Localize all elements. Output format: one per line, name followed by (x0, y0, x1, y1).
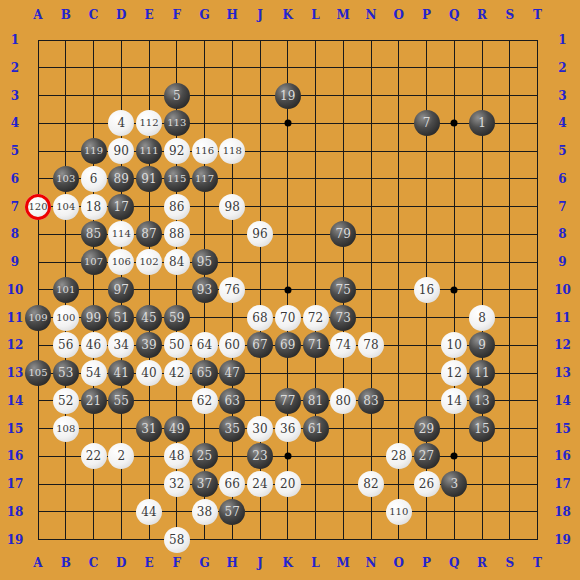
move-number: 31 (141, 423, 156, 435)
row-label-right-13: 13 (554, 366, 571, 380)
row-label-left-10: 10 (7, 283, 24, 297)
stone-white-N12: 78 (358, 332, 384, 358)
move-number: 46 (86, 339, 101, 351)
stone-white-M14: 80 (330, 388, 356, 414)
move-number: 56 (58, 339, 73, 351)
row-label-right-12: 12 (554, 338, 571, 352)
stone-white-F5: 92 (164, 138, 190, 164)
row-label-right-4: 4 (558, 116, 566, 130)
stone-black-R13: 11 (469, 360, 495, 386)
move-number: 87 (141, 228, 156, 240)
stone-black-N14: 83 (358, 388, 384, 414)
move-number: 93 (197, 284, 212, 296)
stone-white-F12: 50 (164, 332, 190, 358)
row-label-left-4: 4 (11, 116, 19, 130)
move-number: 81 (308, 395, 323, 407)
col-label-bottom-A: A (33, 556, 42, 570)
move-number: 29 (419, 423, 434, 435)
col-label-top-H: H (227, 8, 238, 22)
move-number: 23 (252, 450, 267, 462)
col-label-bottom-L: L (311, 556, 319, 570)
move-number: 82 (363, 478, 378, 490)
stone-white-H7: 98 (219, 194, 245, 220)
move-number: 71 (308, 339, 323, 351)
stone-black-B13: 53 (53, 360, 79, 386)
stone-white-G14: 62 (192, 388, 218, 414)
stone-black-D13: 41 (108, 360, 134, 386)
move-number: 72 (308, 312, 323, 324)
move-number: 1 (478, 117, 486, 129)
stone-white-Q13: 12 (441, 360, 467, 386)
move-number: 36 (280, 423, 295, 435)
stone-black-E5: 111 (136, 138, 162, 164)
move-number: 15 (474, 423, 489, 435)
stone-black-E12: 39 (136, 332, 162, 358)
stone-white-H10: 76 (219, 277, 245, 303)
stone-black-E8: 87 (136, 221, 162, 247)
move-number: 53 (58, 367, 73, 379)
stone-black-G13: 65 (192, 360, 218, 386)
stone-black-R14: 13 (469, 388, 495, 414)
stone-black-R12: 9 (469, 332, 495, 358)
col-label-top-E: E (144, 8, 153, 22)
move-number: 103 (56, 174, 75, 184)
stone-black-K12: 69 (275, 332, 301, 358)
col-label-top-B: B (61, 8, 71, 22)
move-number: 75 (336, 284, 351, 296)
col-label-bottom-H: H (227, 556, 238, 570)
col-label-top-F: F (172, 8, 181, 22)
stone-black-B6: 103 (53, 166, 79, 192)
stone-black-D14: 55 (108, 388, 134, 414)
move-number: 14 (447, 395, 462, 407)
stone-white-B15: 108 (53, 416, 79, 442)
stone-white-F7: 86 (164, 194, 190, 220)
move-number: 4 (117, 117, 125, 129)
col-label-top-L: L (311, 8, 319, 22)
move-number: 70 (280, 312, 295, 324)
row-label-right-15: 15 (554, 422, 571, 436)
move-number: 112 (139, 118, 158, 128)
row-label-right-9: 9 (558, 255, 566, 269)
stone-black-F6: 115 (164, 166, 190, 192)
move-number: 25 (197, 450, 212, 462)
move-number: 91 (141, 173, 156, 185)
row-label-right-16: 16 (554, 449, 571, 463)
move-number: 22 (86, 450, 101, 462)
grid-line-vertical (509, 40, 510, 540)
stone-white-G18: 38 (192, 499, 218, 525)
stone-white-A7: 120 (25, 194, 51, 220)
move-number: 85 (86, 228, 101, 240)
col-label-top-R: R (477, 8, 487, 22)
row-label-right-1: 1 (558, 33, 566, 47)
move-number: 21 (86, 395, 101, 407)
col-label-bottom-C: C (89, 556, 99, 570)
move-number: 79 (336, 228, 351, 240)
stone-black-F15: 49 (164, 416, 190, 442)
move-number: 44 (141, 506, 156, 518)
move-number: 24 (252, 478, 267, 490)
move-number: 58 (169, 534, 184, 546)
row-label-right-6: 6 (558, 172, 566, 186)
stone-white-K17: 20 (275, 471, 301, 497)
row-label-right-10: 10 (554, 283, 571, 297)
move-number: 114 (112, 229, 131, 239)
stone-white-B14: 52 (53, 388, 79, 414)
row-label-right-11: 11 (554, 311, 571, 325)
move-number: 119 (84, 146, 103, 156)
move-number: 105 (28, 368, 47, 378)
stone-white-H5: 118 (219, 138, 245, 164)
stone-black-G10: 93 (192, 277, 218, 303)
move-number: 10 (447, 339, 462, 351)
stone-black-C11: 99 (81, 305, 107, 331)
col-label-bottom-J: J (257, 556, 263, 570)
row-label-right-3: 3 (558, 89, 566, 103)
col-label-top-K: K (283, 8, 293, 22)
star-point-Q4 (451, 120, 458, 127)
move-number: 74 (336, 339, 351, 351)
move-number: 38 (197, 506, 212, 518)
move-number: 47 (225, 367, 240, 379)
stone-white-C7: 18 (81, 194, 107, 220)
move-number: 3 (450, 478, 458, 490)
stone-white-E4: 112 (136, 110, 162, 136)
col-label-bottom-R: R (477, 556, 487, 570)
row-label-right-7: 7 (558, 200, 566, 214)
stone-white-F8: 88 (164, 221, 190, 247)
move-number: 20 (280, 478, 295, 490)
row-label-left-5: 5 (11, 144, 19, 158)
move-number: 99 (86, 312, 101, 324)
col-label-bottom-B: B (61, 556, 71, 570)
stone-white-D5: 90 (108, 138, 134, 164)
move-number: 49 (169, 423, 184, 435)
stone-white-J11: 68 (247, 305, 273, 331)
stone-white-D9: 106 (108, 249, 134, 275)
move-number: 40 (141, 367, 156, 379)
stone-black-H13: 47 (219, 360, 245, 386)
go-app-screen: AABBCCDDEEFFGGHHJJKKLLMMNNOOPPQQRRSSTT11… (0, 0, 580, 580)
row-label-left-17: 17 (7, 477, 24, 491)
stone-black-H18: 57 (219, 499, 245, 525)
row-label-left-9: 9 (11, 255, 19, 269)
stone-black-H14: 63 (219, 388, 245, 414)
stone-black-G17: 37 (192, 471, 218, 497)
move-number: 17 (114, 201, 129, 213)
move-number: 117 (195, 174, 214, 184)
move-number: 48 (169, 450, 184, 462)
col-label-bottom-O: O (394, 556, 404, 570)
row-label-right-5: 5 (558, 144, 566, 158)
col-label-bottom-P: P (422, 556, 431, 570)
col-label-top-P: P (422, 8, 431, 22)
move-number: 89 (114, 173, 129, 185)
stone-white-Q14: 14 (441, 388, 467, 414)
move-number: 104 (56, 202, 75, 212)
stone-black-R15: 15 (469, 416, 495, 442)
row-label-left-3: 3 (11, 89, 19, 103)
stone-white-C13: 54 (81, 360, 107, 386)
move-number: 100 (56, 313, 75, 323)
row-label-left-18: 18 (7, 505, 24, 519)
stone-black-P15: 29 (414, 416, 440, 442)
stone-white-D12: 34 (108, 332, 134, 358)
stone-black-C8: 85 (81, 221, 107, 247)
col-label-bottom-D: D (116, 556, 126, 570)
grid-line-horizontal (38, 511, 538, 512)
move-number: 26 (419, 478, 434, 490)
move-number: 65 (197, 367, 212, 379)
move-number: 115 (167, 174, 186, 184)
move-number: 67 (252, 339, 267, 351)
move-number: 39 (141, 339, 156, 351)
move-number: 45 (141, 312, 156, 324)
star-point-K10 (284, 286, 291, 293)
move-number: 54 (86, 367, 101, 379)
move-number: 92 (169, 145, 184, 157)
stone-white-N17: 82 (358, 471, 384, 497)
stone-black-G9: 95 (192, 249, 218, 275)
stone-white-O18: 110 (386, 499, 412, 525)
grid-line-vertical (371, 40, 372, 540)
move-number: 111 (139, 146, 158, 156)
move-number: 2 (117, 450, 125, 462)
stone-black-M11: 73 (330, 305, 356, 331)
stone-white-C12: 46 (81, 332, 107, 358)
col-label-top-Q: Q (449, 8, 459, 22)
move-number: 116 (195, 146, 214, 156)
move-number: 108 (56, 424, 75, 434)
move-number: 11 (474, 367, 489, 379)
stone-white-G5: 116 (192, 138, 218, 164)
move-number: 68 (252, 312, 267, 324)
move-number: 106 (112, 257, 131, 267)
row-label-right-2: 2 (558, 61, 566, 75)
col-label-top-A: A (33, 8, 42, 22)
stone-white-G12: 64 (192, 332, 218, 358)
move-number: 50 (169, 339, 184, 351)
stone-white-F9: 84 (164, 249, 190, 275)
star-point-Q16 (451, 453, 458, 460)
move-number: 41 (114, 367, 129, 379)
grid-line-vertical (537, 40, 538, 540)
col-label-bottom-F: F (172, 556, 181, 570)
move-number: 6 (90, 173, 98, 185)
col-label-top-T: T (533, 8, 542, 22)
row-label-left-13: 13 (7, 366, 24, 380)
stone-black-K3: 19 (275, 83, 301, 109)
move-number: 113 (167, 118, 186, 128)
move-number: 101 (56, 285, 75, 295)
move-number: 95 (197, 256, 212, 268)
stone-white-C16: 22 (81, 443, 107, 469)
col-label-top-C: C (89, 8, 99, 22)
stone-black-G16: 25 (192, 443, 218, 469)
move-number: 60 (225, 339, 240, 351)
stone-black-C9: 107 (81, 249, 107, 275)
stone-white-E18: 44 (136, 499, 162, 525)
stone-white-B11: 100 (53, 305, 79, 331)
col-label-top-N: N (366, 8, 377, 22)
stone-black-E11: 45 (136, 305, 162, 331)
row-label-left-11: 11 (7, 311, 24, 325)
star-point-Q10 (451, 286, 458, 293)
move-number: 5 (173, 90, 181, 102)
move-number: 12 (447, 367, 462, 379)
move-number: 73 (336, 312, 351, 324)
row-label-left-12: 12 (7, 338, 24, 352)
stone-black-P16: 27 (414, 443, 440, 469)
move-number: 77 (280, 395, 295, 407)
move-number: 34 (114, 339, 129, 351)
col-label-top-J: J (257, 8, 263, 22)
col-label-bottom-T: T (533, 556, 542, 570)
stone-white-D8: 114 (108, 221, 134, 247)
row-label-left-14: 14 (7, 394, 24, 408)
move-number: 88 (169, 228, 184, 240)
move-number: 84 (169, 256, 184, 268)
move-number: 28 (391, 450, 406, 462)
col-label-bottom-M: M (337, 556, 350, 570)
stone-white-F16: 48 (164, 443, 190, 469)
stone-black-P4: 7 (414, 110, 440, 136)
move-number: 109 (28, 313, 47, 323)
move-number: 35 (225, 423, 240, 435)
move-number: 19 (280, 90, 295, 102)
stone-white-M12: 74 (330, 332, 356, 358)
stone-black-D7: 17 (108, 194, 134, 220)
row-label-right-18: 18 (554, 505, 571, 519)
stone-black-E6: 91 (136, 166, 162, 192)
move-number: 120 (28, 202, 47, 212)
stone-black-K14: 77 (275, 388, 301, 414)
col-label-bottom-S: S (505, 556, 514, 570)
move-number: 30 (252, 423, 267, 435)
move-number: 9 (478, 339, 486, 351)
row-label-right-17: 17 (554, 477, 571, 491)
move-number: 8 (478, 312, 486, 324)
stone-white-J17: 24 (247, 471, 273, 497)
row-label-right-19: 19 (554, 533, 571, 547)
stone-white-R11: 8 (469, 305, 495, 331)
stone-black-D10: 97 (108, 277, 134, 303)
stone-black-J16: 23 (247, 443, 273, 469)
row-label-left-19: 19 (7, 533, 24, 547)
move-number: 64 (197, 339, 212, 351)
row-label-left-1: 1 (11, 33, 19, 47)
stone-white-H12: 60 (219, 332, 245, 358)
star-point-K4 (284, 120, 291, 127)
move-number: 83 (363, 395, 378, 407)
move-number: 76 (225, 284, 240, 296)
move-number: 27 (419, 450, 434, 462)
col-label-top-S: S (505, 8, 514, 22)
move-number: 86 (169, 201, 184, 213)
row-label-right-14: 14 (554, 394, 571, 408)
move-number: 80 (336, 395, 351, 407)
stone-white-H17: 66 (219, 471, 245, 497)
move-number: 18 (86, 201, 101, 213)
move-number: 102 (139, 257, 158, 267)
stone-black-E15: 31 (136, 416, 162, 442)
stone-white-O16: 28 (386, 443, 412, 469)
move-number: 59 (169, 312, 184, 324)
move-number: 61 (308, 423, 323, 435)
move-number: 32 (169, 478, 184, 490)
stone-black-L12: 71 (303, 332, 329, 358)
stone-black-Q17: 3 (441, 471, 467, 497)
stone-white-D16: 2 (108, 443, 134, 469)
col-label-bottom-E: E (144, 556, 153, 570)
move-number: 90 (114, 145, 129, 157)
stone-black-A13: 105 (25, 360, 51, 386)
stone-white-F13: 42 (164, 360, 190, 386)
stone-black-D6: 89 (108, 166, 134, 192)
col-label-bottom-K: K (283, 556, 293, 570)
col-label-top-O: O (394, 8, 404, 22)
stone-black-F4: 113 (164, 110, 190, 136)
stone-white-F19: 58 (164, 527, 190, 553)
go-board[interactable]: AABBCCDDEEFFGGHHJJKKLLMMNNOOPPQQRRSSTT11… (0, 0, 580, 580)
move-number: 16 (419, 284, 434, 296)
stone-white-K11: 70 (275, 305, 301, 331)
move-number: 78 (363, 339, 378, 351)
move-number: 97 (114, 284, 129, 296)
row-label-left-7: 7 (11, 200, 19, 214)
move-number: 37 (197, 478, 212, 490)
stone-black-L15: 61 (303, 416, 329, 442)
stone-white-B7: 104 (53, 194, 79, 220)
stone-white-J8: 96 (247, 221, 273, 247)
col-label-top-G: G (199, 8, 209, 22)
move-number: 7 (423, 117, 431, 129)
grid-line-horizontal (38, 539, 538, 540)
stone-white-C6: 6 (81, 166, 107, 192)
col-label-bottom-G: G (199, 556, 209, 570)
stone-black-M10: 75 (330, 277, 356, 303)
stone-black-B10: 101 (53, 277, 79, 303)
stone-black-D11: 51 (108, 305, 134, 331)
stone-black-J12: 67 (247, 332, 273, 358)
stone-black-F11: 59 (164, 305, 190, 331)
stone-black-L14: 81 (303, 388, 329, 414)
move-number: 55 (114, 395, 129, 407)
move-number: 118 (223, 146, 242, 156)
stone-black-R4: 1 (469, 110, 495, 136)
move-number: 96 (252, 228, 267, 240)
stone-white-D4: 4 (108, 110, 134, 136)
row-label-left-8: 8 (11, 227, 19, 241)
move-number: 69 (280, 339, 295, 351)
stone-black-C14: 21 (81, 388, 107, 414)
stone-black-H15: 35 (219, 416, 245, 442)
stone-black-F3: 5 (164, 83, 190, 109)
row-label-left-2: 2 (11, 61, 19, 75)
stone-white-B12: 56 (53, 332, 79, 358)
move-number: 52 (58, 395, 73, 407)
col-label-top-D: D (116, 8, 126, 22)
move-number: 57 (225, 506, 240, 518)
stone-white-P17: 26 (414, 471, 440, 497)
stone-black-C5: 119 (81, 138, 107, 164)
stone-black-M8: 79 (330, 221, 356, 247)
star-point-K16 (284, 453, 291, 460)
move-number: 62 (197, 395, 212, 407)
row-label-left-15: 15 (7, 422, 24, 436)
grid-line-vertical (315, 40, 316, 540)
